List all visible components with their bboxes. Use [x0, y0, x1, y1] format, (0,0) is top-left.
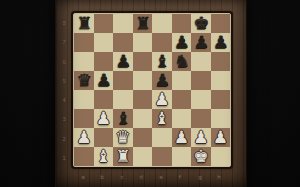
rank-label-7: 7	[56, 32, 73, 51]
black-pawn[interactable]: ♟	[154, 72, 169, 89]
white-pawn[interactable]: ♟	[96, 110, 111, 127]
square-g7[interactable]: ♟	[191, 33, 211, 52]
square-a3[interactable]	[74, 109, 94, 128]
black-bishop[interactable]: ♝	[115, 110, 130, 127]
square-d4[interactable]	[133, 90, 153, 109]
square-g3[interactable]	[191, 109, 211, 128]
square-e3[interactable]: ♝	[152, 109, 172, 128]
board-play-area: ♜♜♚♟♟♟♟♝♞♛♟♟♟♟♝♝♟♛♟♟♟♝♜♚	[73, 13, 231, 167]
rank-label-6: 6	[56, 52, 73, 71]
square-e8[interactable]	[152, 14, 172, 33]
square-g5[interactable]	[191, 71, 211, 90]
file-label-d: d	[132, 169, 152, 183]
white-pawn[interactable]: ♟	[174, 129, 189, 146]
square-g8[interactable]: ♚	[191, 14, 211, 33]
board-grid: ♜♜♚♟♟♟♟♝♞♛♟♟♟♟♝♝♟♛♟♟♟♝♜♚	[74, 14, 230, 166]
square-h3[interactable]	[211, 109, 231, 128]
square-h8[interactable]	[211, 14, 231, 33]
square-c6[interactable]: ♟	[113, 52, 133, 71]
square-g4[interactable]	[191, 90, 211, 109]
square-d7[interactable]	[133, 33, 153, 52]
square-e4[interactable]: ♟	[152, 90, 172, 109]
square-f3[interactable]	[172, 109, 192, 128]
square-e5[interactable]: ♟	[152, 71, 172, 90]
chess-board: 87654321 abcdefgh ♜♜♚♟♟♟♟♝♞♛♟♟♟♟♝♝♟♛♟♟♟♝…	[55, 0, 247, 187]
square-h7[interactable]: ♟	[211, 33, 231, 52]
square-b7[interactable]	[94, 33, 114, 52]
black-pawn[interactable]: ♟	[96, 72, 111, 89]
square-d8[interactable]: ♜	[133, 14, 153, 33]
white-queen[interactable]: ♛	[115, 129, 130, 146]
square-f5[interactable]	[172, 71, 192, 90]
square-a1[interactable]	[74, 147, 94, 166]
rank-label-3: 3	[56, 109, 73, 128]
square-g1[interactable]: ♚	[191, 147, 211, 166]
white-pawn[interactable]: ♟	[76, 129, 91, 146]
white-pawn[interactable]: ♟	[154, 91, 169, 108]
square-e7[interactable]	[152, 33, 172, 52]
black-rook[interactable]: ♜	[135, 15, 150, 32]
black-knight[interactable]: ♞	[174, 53, 189, 70]
white-bishop[interactable]: ♝	[96, 148, 111, 165]
square-h1[interactable]	[211, 147, 231, 166]
square-f1[interactable]	[172, 147, 192, 166]
white-bishop[interactable]: ♝	[154, 110, 169, 127]
rank-label-1: 1	[56, 148, 73, 167]
white-rook[interactable]: ♜	[115, 148, 130, 165]
square-d5[interactable]	[133, 71, 153, 90]
rank-label-5: 5	[56, 71, 73, 90]
square-a8[interactable]: ♜	[74, 14, 94, 33]
square-a7[interactable]	[74, 33, 94, 52]
square-h5[interactable]	[211, 71, 231, 90]
square-a5[interactable]: ♛	[74, 71, 94, 90]
square-e6[interactable]: ♝	[152, 52, 172, 71]
rank-label-4: 4	[56, 90, 73, 109]
square-b4[interactable]	[94, 90, 114, 109]
square-g2[interactable]: ♟	[191, 128, 211, 147]
file-label-e: e	[151, 169, 171, 183]
square-d2[interactable]	[133, 128, 153, 147]
file-label-b: b	[93, 169, 113, 183]
square-b3[interactable]: ♟	[94, 109, 114, 128]
square-b1[interactable]: ♝	[94, 147, 114, 166]
square-c2[interactable]: ♛	[113, 128, 133, 147]
square-b6[interactable]	[94, 52, 114, 71]
rank-label-2: 2	[56, 129, 73, 148]
square-f2[interactable]: ♟	[172, 128, 192, 147]
rank-labels: 87654321	[56, 13, 73, 167]
black-pawn[interactable]: ♟	[115, 53, 130, 70]
file-label-a: a	[73, 169, 93, 183]
square-d3[interactable]	[133, 109, 153, 128]
square-a2[interactable]: ♟	[74, 128, 94, 147]
file-label-c: c	[112, 169, 132, 183]
black-king[interactable]: ♚	[193, 15, 208, 32]
file-label-h: h	[210, 169, 230, 183]
square-c4[interactable]	[113, 90, 133, 109]
square-f4[interactable]	[172, 90, 192, 109]
square-e2[interactable]	[152, 128, 172, 147]
square-a4[interactable]	[74, 90, 94, 109]
square-g6[interactable]	[191, 52, 211, 71]
black-pawn[interactable]: ♟	[174, 34, 189, 51]
file-label-g: g	[190, 169, 210, 183]
square-c3[interactable]: ♝	[113, 109, 133, 128]
square-c1[interactable]: ♜	[113, 147, 133, 166]
rank-label-8: 8	[56, 13, 73, 32]
square-c5[interactable]	[113, 71, 133, 90]
square-d6[interactable]	[133, 52, 153, 71]
square-h6[interactable]	[211, 52, 231, 71]
square-c8[interactable]	[113, 14, 133, 33]
black-bishop[interactable]: ♝	[154, 53, 169, 70]
white-pawn[interactable]: ♟	[193, 129, 208, 146]
square-c7[interactable]	[113, 33, 133, 52]
square-h4[interactable]	[211, 90, 231, 109]
file-label-f: f	[171, 169, 191, 183]
square-f6[interactable]: ♞	[172, 52, 192, 71]
square-a6[interactable]	[74, 52, 94, 71]
square-f7[interactable]: ♟	[172, 33, 192, 52]
black-pawn[interactable]: ♟	[193, 34, 208, 51]
file-labels: abcdefgh	[73, 169, 229, 183]
square-b5[interactable]: ♟	[94, 71, 114, 90]
square-b8[interactable]	[94, 14, 114, 33]
square-h2[interactable]: ♟	[211, 128, 231, 147]
square-e1[interactable]	[152, 147, 172, 166]
app-background: 87654321 abcdefgh ♜♜♚♟♟♟♟♝♞♛♟♟♟♟♝♝♟♛♟♟♟♝…	[0, 0, 300, 187]
black-queen[interactable]: ♛	[76, 72, 91, 89]
square-f8[interactable]	[172, 14, 192, 33]
black-rook[interactable]: ♜	[76, 15, 91, 32]
black-pawn[interactable]: ♟	[213, 34, 228, 51]
white-pawn[interactable]: ♟	[213, 129, 228, 146]
white-king[interactable]: ♚	[193, 148, 208, 165]
square-d1[interactable]	[133, 147, 153, 166]
square-b2[interactable]	[94, 128, 114, 147]
